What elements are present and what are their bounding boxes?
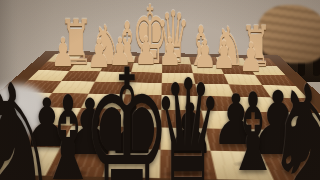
piece-black-knight-g8: ♞ <box>0 62 60 180</box>
piece-black-king-e8: ♚ <box>83 46 172 180</box>
piece-black-knight-b8: ♞ <box>265 63 320 180</box>
chess-photo-scene: ♜♞♝♚♛♝♞♜♟♟♟♟♟♟♟♟♟♟♟♟♟♟♟♟♜♞♝♚♛♝♞♜ <box>0 0 320 180</box>
